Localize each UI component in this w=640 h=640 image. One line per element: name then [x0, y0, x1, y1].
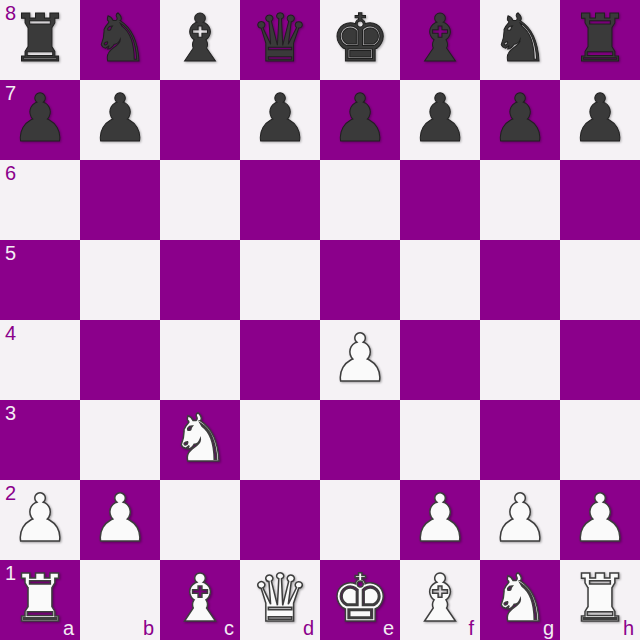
piece-white-knight[interactable]: ♞ [160, 400, 240, 480]
square-a1[interactable]: 1a♜ [0, 560, 80, 640]
square-b5[interactable] [80, 240, 160, 320]
square-a2[interactable]: 2♟ [0, 480, 80, 560]
piece-white-pawn[interactable]: ♟ [560, 480, 640, 560]
piece-black-queen[interactable]: ♛ [240, 0, 320, 80]
square-c5[interactable] [160, 240, 240, 320]
piece-black-knight[interactable]: ♞ [480, 0, 560, 80]
square-e7[interactable]: ♟ [320, 80, 400, 160]
square-h3[interactable] [560, 400, 640, 480]
square-c3[interactable]: ♞ [160, 400, 240, 480]
square-h2[interactable]: ♟ [560, 480, 640, 560]
square-c4[interactable] [160, 320, 240, 400]
square-g8[interactable]: ♞ [480, 0, 560, 80]
square-g6[interactable] [480, 160, 560, 240]
square-c7[interactable] [160, 80, 240, 160]
square-d7[interactable]: ♟ [240, 80, 320, 160]
piece-white-pawn[interactable]: ♟ [480, 480, 560, 560]
square-b4[interactable] [80, 320, 160, 400]
square-a5[interactable]: 5 [0, 240, 80, 320]
square-d2[interactable] [240, 480, 320, 560]
square-e1[interactable]: e♚ [320, 560, 400, 640]
piece-white-pawn[interactable]: ♟ [320, 320, 400, 400]
piece-black-pawn[interactable]: ♟ [320, 80, 400, 160]
square-c2[interactable] [160, 480, 240, 560]
square-g3[interactable] [480, 400, 560, 480]
piece-black-knight[interactable]: ♞ [80, 0, 160, 80]
piece-black-pawn[interactable]: ♟ [480, 80, 560, 160]
file-label-b: b [143, 618, 154, 638]
piece-white-pawn[interactable]: ♟ [80, 480, 160, 560]
file-label-d: d [303, 618, 314, 638]
square-f1[interactable]: f♝ [400, 560, 480, 640]
square-b1[interactable]: b [80, 560, 160, 640]
piece-black-pawn[interactable]: ♟ [560, 80, 640, 160]
rank-label-2: 2 [5, 483, 16, 503]
square-g2[interactable]: ♟ [480, 480, 560, 560]
square-d4[interactable] [240, 320, 320, 400]
square-f7[interactable]: ♟ [400, 80, 480, 160]
square-f6[interactable] [400, 160, 480, 240]
file-label-e: e [383, 618, 394, 638]
square-b2[interactable]: ♟ [80, 480, 160, 560]
file-label-a: a [63, 618, 74, 638]
file-label-f: f [468, 618, 474, 638]
file-label-h: h [623, 618, 634, 638]
square-f4[interactable] [400, 320, 480, 400]
square-h5[interactable] [560, 240, 640, 320]
square-g1[interactable]: g♞ [480, 560, 560, 640]
rank-label-6: 6 [5, 163, 16, 183]
square-e5[interactable] [320, 240, 400, 320]
square-h7[interactable]: ♟ [560, 80, 640, 160]
square-d3[interactable] [240, 400, 320, 480]
square-a4[interactable]: 4 [0, 320, 80, 400]
square-f8[interactable]: ♝ [400, 0, 480, 80]
square-b3[interactable] [80, 400, 160, 480]
square-c8[interactable]: ♝ [160, 0, 240, 80]
square-e2[interactable] [320, 480, 400, 560]
square-a8[interactable]: 8♜ [0, 0, 80, 80]
square-f2[interactable]: ♟ [400, 480, 480, 560]
square-d5[interactable] [240, 240, 320, 320]
square-e8[interactable]: ♚ [320, 0, 400, 80]
piece-white-pawn[interactable]: ♟ [400, 480, 480, 560]
square-c1[interactable]: c♝ [160, 560, 240, 640]
rank-label-1: 1 [5, 563, 16, 583]
square-b8[interactable]: ♞ [80, 0, 160, 80]
square-a6[interactable]: 6 [0, 160, 80, 240]
square-h1[interactable]: h♜ [560, 560, 640, 640]
square-f5[interactable] [400, 240, 480, 320]
square-d6[interactable] [240, 160, 320, 240]
piece-black-pawn[interactable]: ♟ [400, 80, 480, 160]
square-f3[interactable] [400, 400, 480, 480]
square-a7[interactable]: 7♟ [0, 80, 80, 160]
square-h6[interactable] [560, 160, 640, 240]
piece-black-pawn[interactable]: ♟ [80, 80, 160, 160]
square-e4[interactable]: ♟ [320, 320, 400, 400]
piece-black-pawn[interactable]: ♟ [240, 80, 320, 160]
square-h4[interactable] [560, 320, 640, 400]
square-c6[interactable] [160, 160, 240, 240]
rank-label-7: 7 [5, 83, 16, 103]
square-b7[interactable]: ♟ [80, 80, 160, 160]
piece-black-rook[interactable]: ♜ [560, 0, 640, 80]
square-e3[interactable] [320, 400, 400, 480]
file-label-g: g [543, 618, 554, 638]
rank-label-4: 4 [5, 323, 16, 343]
square-d8[interactable]: ♛ [240, 0, 320, 80]
square-h8[interactable]: ♜ [560, 0, 640, 80]
square-a3[interactable]: 3 [0, 400, 80, 480]
square-g7[interactable]: ♟ [480, 80, 560, 160]
square-e6[interactable] [320, 160, 400, 240]
rank-label-5: 5 [5, 243, 16, 263]
square-b6[interactable] [80, 160, 160, 240]
chess-board: 8♜♞♝♛♚♝♞♜7♟♟♟♟♟♟♟654♟3♞2♟♟♟♟♟1a♜bc♝d♛e♚f… [0, 0, 640, 640]
piece-black-bishop[interactable]: ♝ [400, 0, 480, 80]
file-label-c: c [224, 618, 234, 638]
square-d1[interactable]: d♛ [240, 560, 320, 640]
square-g5[interactable] [480, 240, 560, 320]
rank-label-3: 3 [5, 403, 16, 423]
piece-black-bishop[interactable]: ♝ [160, 0, 240, 80]
rank-label-8: 8 [5, 3, 16, 23]
square-g4[interactable] [480, 320, 560, 400]
piece-black-king[interactable]: ♚ [320, 0, 400, 80]
